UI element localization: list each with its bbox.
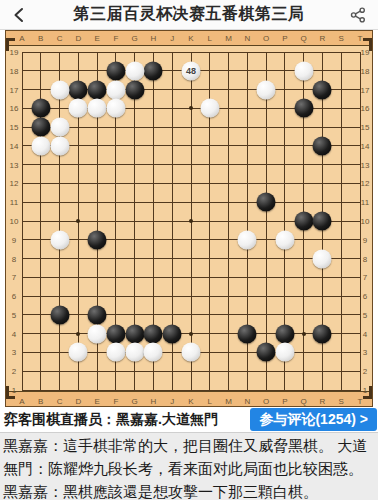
column-label: Q — [301, 34, 307, 43]
row-label: 12 — [361, 179, 370, 188]
black-stone — [125, 324, 144, 343]
column-label: E — [94, 397, 99, 406]
white-stone — [125, 343, 144, 362]
grid-line-vertical — [228, 52, 229, 391]
black-stone — [88, 80, 107, 99]
column-label: H — [151, 34, 157, 43]
white-stone — [106, 343, 125, 362]
row-label: 15 — [361, 123, 370, 132]
black-stone — [50, 305, 69, 324]
white-stone — [69, 99, 88, 118]
column-label: M — [225, 34, 232, 43]
star-point — [76, 332, 80, 336]
header: 第三届百灵杯决赛五番棋第三局 — [0, 0, 378, 30]
column-label: K — [188, 397, 193, 406]
row-label: 18 — [10, 66, 19, 75]
row-label: 9 — [363, 235, 367, 244]
share-icon — [349, 6, 367, 24]
white-stone — [144, 343, 163, 362]
row-label: 1 — [363, 386, 367, 395]
white-stone — [31, 136, 50, 155]
grid-line-horizontal — [22, 258, 361, 259]
column-label: J — [170, 397, 174, 406]
column-label: P — [282, 34, 287, 43]
black-stone — [31, 118, 50, 137]
commentary-panel: 黑嘉嘉：這手棋非常的大，把目圈住又威脅黑棋。 大道無門：陈耀烨九段长考，看来面对… — [0, 432, 378, 500]
row-label: 1 — [12, 386, 16, 395]
row-label: 7 — [363, 273, 367, 282]
black-stone — [69, 80, 88, 99]
white-stone — [294, 61, 313, 80]
column-label: N — [244, 34, 250, 43]
row-label: 16 — [10, 104, 19, 113]
row-label: 17 — [10, 85, 19, 94]
row-label: 4 — [12, 329, 16, 338]
white-stone — [313, 249, 332, 268]
row-label: 15 — [10, 123, 19, 132]
star-point — [189, 106, 193, 110]
white-stone — [182, 343, 201, 362]
column-label: F — [113, 397, 118, 406]
row-label: 8 — [12, 254, 16, 263]
row-label: 2 — [12, 367, 16, 376]
column-label: D — [75, 34, 81, 43]
column-label: K — [188, 34, 193, 43]
column-label: C — [57, 397, 63, 406]
black-stone — [313, 80, 332, 99]
column-label: B — [38, 34, 43, 43]
grid-line-horizontal — [22, 371, 361, 372]
black-stone — [275, 324, 294, 343]
column-label: C — [57, 34, 63, 43]
white-stone — [125, 61, 144, 80]
star-point — [189, 219, 193, 223]
row-label: 3 — [363, 348, 367, 357]
row-label: 9 — [12, 235, 16, 244]
white-stone — [275, 230, 294, 249]
column-label: D — [75, 397, 81, 406]
white-stone — [50, 136, 69, 155]
column-label: R — [320, 397, 326, 406]
grid-line-horizontal — [22, 296, 361, 297]
black-stone — [88, 230, 107, 249]
back-chevron-icon — [11, 6, 29, 24]
row-label: 10 — [361, 217, 370, 226]
black-stone — [144, 61, 163, 80]
column-label: Q — [301, 397, 307, 406]
join-comments-button[interactable]: 参与评论(1254) > — [250, 408, 377, 431]
column-label: P — [282, 397, 287, 406]
row-label: 7 — [12, 273, 16, 282]
row-label: 13 — [361, 160, 370, 169]
white-stone — [88, 99, 107, 118]
column-label: H — [151, 397, 157, 406]
black-stone — [125, 80, 144, 99]
black-stone — [88, 305, 107, 324]
black-stone — [238, 324, 257, 343]
row-label: 3 — [12, 348, 16, 357]
white-stone — [50, 230, 69, 249]
black-stone — [313, 324, 332, 343]
black-stone — [294, 212, 313, 231]
broadcaster-label: 弈客围棋直播员：黑嘉嘉.大道無門 — [0, 411, 218, 429]
row-label: 5 — [12, 310, 16, 319]
column-label: R — [320, 34, 326, 43]
black-stone — [106, 324, 125, 343]
commentary-text: 黑嘉嘉：這手棋非常的大，把目圈住又威脅黑棋。 大道無門：陈耀烨九段长考，看来面对… — [0, 433, 378, 500]
row-label: 11 — [361, 198, 369, 207]
column-label: S — [339, 34, 344, 43]
move-number-label: 48 — [186, 66, 196, 75]
black-stone — [257, 343, 276, 362]
row-label: 6 — [363, 292, 367, 301]
row-label: 13 — [10, 160, 19, 169]
black-stone — [106, 61, 125, 80]
page-title: 第三届百灵杯决赛五番棋第三局 — [40, 4, 338, 25]
column-label: A — [19, 34, 24, 43]
column-label: G — [132, 397, 138, 406]
column-label: F — [113, 34, 118, 43]
white-stone — [106, 80, 125, 99]
white-stone — [106, 99, 125, 118]
grid-line-vertical — [266, 52, 267, 391]
column-label: L — [208, 34, 212, 43]
column-label: J — [170, 34, 174, 43]
white-stone: 48 — [182, 61, 201, 80]
column-label: M — [225, 397, 232, 406]
column-label: L — [208, 397, 212, 406]
white-stone — [238, 230, 257, 249]
go-board[interactable]: AABBCCDDEEFFGGHHJJKKLLMMNNOOPPQQRRSSTT19… — [5, 30, 373, 407]
row-label: 6 — [12, 292, 16, 301]
column-label: T — [358, 397, 363, 406]
grid-line-horizontal — [22, 239, 361, 240]
black-stone — [313, 212, 332, 231]
black-stone — [257, 193, 276, 212]
row-label: 12 — [10, 179, 19, 188]
row-label: 16 — [361, 104, 370, 113]
white-stone — [257, 80, 276, 99]
white-stone — [88, 324, 107, 343]
row-label: 19 — [361, 48, 370, 57]
column-label: O — [263, 397, 269, 406]
star-point — [189, 332, 193, 336]
black-stone — [144, 324, 163, 343]
grid-line-horizontal — [22, 390, 361, 391]
column-label: E — [94, 34, 99, 43]
row-label: 4 — [363, 329, 367, 338]
row-label: 14 — [361, 141, 370, 150]
grid-line-horizontal — [22, 314, 361, 315]
column-label: N — [244, 397, 250, 406]
row-label: 5 — [363, 310, 367, 319]
white-stone — [200, 99, 219, 118]
row-label: 2 — [363, 367, 367, 376]
share-button[interactable] — [338, 0, 378, 30]
column-label: B — [38, 397, 43, 406]
column-label: G — [132, 34, 138, 43]
row-label: 18 — [361, 66, 370, 75]
star-point — [302, 332, 306, 336]
white-stone — [50, 118, 69, 137]
row-label: 14 — [10, 141, 19, 150]
row-label: 10 — [10, 217, 19, 226]
row-label: 17 — [361, 85, 370, 94]
white-stone — [50, 80, 69, 99]
row-label: 8 — [363, 254, 367, 263]
row-label: 11 — [10, 198, 18, 207]
grid-line-vertical — [341, 52, 342, 391]
black-stone — [31, 99, 50, 118]
column-label: O — [263, 34, 269, 43]
white-stone — [275, 343, 294, 362]
column-label: T — [358, 34, 363, 43]
back-button[interactable] — [0, 0, 40, 30]
broadcast-bar: 弈客围棋直播员：黑嘉嘉.大道無門 参与评论(1254) > — [0, 407, 378, 432]
column-label: S — [339, 397, 344, 406]
row-label: 19 — [10, 48, 19, 57]
white-stone — [69, 343, 88, 362]
black-stone — [163, 324, 182, 343]
column-label: A — [19, 397, 24, 406]
black-stone — [313, 136, 332, 155]
black-stone — [294, 99, 313, 118]
grid-line-horizontal — [22, 277, 361, 278]
star-point — [76, 219, 80, 223]
